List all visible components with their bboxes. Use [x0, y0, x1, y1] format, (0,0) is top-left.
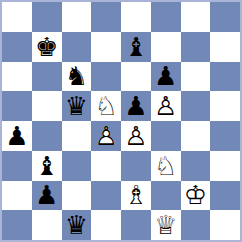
square-a5[interactable]: [2, 91, 32, 121]
square-g8[interactable]: [181, 2, 211, 32]
square-b6[interactable]: [32, 62, 62, 92]
white-pawn-outline-icon: ♙: [151, 91, 181, 121]
white-knight-piece[interactable]: ♞♘: [91, 91, 121, 121]
square-e2[interactable]: ♝♗: [121, 181, 151, 211]
square-e3[interactable]: [121, 151, 151, 181]
square-a8[interactable]: [2, 2, 32, 32]
square-g1[interactable]: [181, 210, 211, 240]
square-b7[interactable]: ♚: [32, 32, 62, 62]
square-d4[interactable]: ♟♙: [91, 121, 121, 151]
white-knight-outline-icon: ♘: [91, 91, 121, 121]
square-e7[interactable]: ♝: [121, 32, 151, 62]
white-queen-outline-icon: ♕: [151, 210, 181, 240]
square-c5[interactable]: ♛: [62, 91, 92, 121]
square-h7[interactable]: [210, 32, 240, 62]
square-d2[interactable]: [91, 181, 121, 211]
white-queen-piece[interactable]: ♛♕: [151, 210, 181, 240]
black-queen-piece[interactable]: ♛: [62, 91, 92, 121]
square-f2[interactable]: [151, 181, 181, 211]
square-b1[interactable]: [32, 210, 62, 240]
square-a3[interactable]: [2, 151, 32, 181]
square-c7[interactable]: [62, 32, 92, 62]
square-c4[interactable]: [62, 121, 92, 151]
black-pawn-piece[interactable]: ♟: [151, 62, 181, 92]
white-king-outline-icon: ♔: [181, 181, 211, 211]
square-g4[interactable]: [181, 121, 211, 151]
square-d3[interactable]: [91, 151, 121, 181]
chess-board: ♚♝♞♟♛♞♘♟♟♙♟♟♙♟♙♝♞♘♟♝♗♚♔♛♛♕: [0, 0, 242, 242]
square-g6[interactable]: [181, 62, 211, 92]
square-f8[interactable]: [151, 2, 181, 32]
white-pawn-outline-icon: ♙: [121, 121, 151, 151]
square-e1[interactable]: [121, 210, 151, 240]
square-h1[interactable]: [210, 210, 240, 240]
square-d8[interactable]: [91, 2, 121, 32]
square-a7[interactable]: [2, 32, 32, 62]
square-b8[interactable]: [32, 2, 62, 32]
white-knight-piece[interactable]: ♞♘: [151, 151, 181, 181]
square-b5[interactable]: [32, 91, 62, 121]
square-h6[interactable]: [210, 62, 240, 92]
square-a2[interactable]: [2, 181, 32, 211]
white-king-piece[interactable]: ♚♔: [181, 181, 211, 211]
square-d5[interactable]: ♞♘: [91, 91, 121, 121]
square-g5[interactable]: [181, 91, 211, 121]
square-b2[interactable]: ♟: [32, 181, 62, 211]
square-h5[interactable]: [210, 91, 240, 121]
square-e5[interactable]: ♟: [121, 91, 151, 121]
square-f6[interactable]: ♟: [151, 62, 181, 92]
black-pawn-icon: ♟: [151, 62, 181, 92]
square-b3[interactable]: ♝: [32, 151, 62, 181]
white-knight-outline-icon: ♘: [151, 151, 181, 181]
black-pawn-icon: ♟: [2, 121, 32, 151]
square-a4[interactable]: ♟: [2, 121, 32, 151]
square-f1[interactable]: ♛♕: [151, 210, 181, 240]
square-f5[interactable]: ♟♙: [151, 91, 181, 121]
white-pawn-outline-icon: ♙: [91, 121, 121, 151]
square-h4[interactable]: [210, 121, 240, 151]
black-pawn-icon: ♟: [121, 91, 151, 121]
square-a1[interactable]: [2, 210, 32, 240]
white-pawn-piece[interactable]: ♟♙: [91, 121, 121, 151]
square-a6[interactable]: [2, 62, 32, 92]
black-pawn-piece[interactable]: ♟: [2, 121, 32, 151]
white-pawn-piece[interactable]: ♟♙: [121, 121, 151, 151]
black-pawn-piece[interactable]: ♟: [121, 91, 151, 121]
square-f4[interactable]: [151, 121, 181, 151]
square-c6[interactable]: ♞: [62, 62, 92, 92]
square-e8[interactable]: [121, 2, 151, 32]
square-f7[interactable]: [151, 32, 181, 62]
square-h2[interactable]: [210, 181, 240, 211]
black-queen-piece[interactable]: ♛: [62, 210, 92, 240]
square-g2[interactable]: ♚♔: [181, 181, 211, 211]
square-b4[interactable]: [32, 121, 62, 151]
square-h3[interactable]: [210, 151, 240, 181]
black-bishop-piece[interactable]: ♝: [121, 32, 151, 62]
square-d7[interactable]: [91, 32, 121, 62]
black-knight-piece[interactable]: ♞: [62, 62, 92, 92]
white-pawn-piece[interactable]: ♟♙: [151, 91, 181, 121]
black-bishop-piece[interactable]: ♝: [32, 151, 62, 181]
black-bishop-icon: ♝: [121, 32, 151, 62]
square-h8[interactable]: [210, 2, 240, 32]
square-d1[interactable]: [91, 210, 121, 240]
black-queen-icon: ♛: [62, 91, 92, 121]
square-c8[interactable]: [62, 2, 92, 32]
square-d6[interactable]: [91, 62, 121, 92]
black-pawn-icon: ♟: [32, 181, 62, 211]
square-g3[interactable]: [181, 151, 211, 181]
black-king-piece[interactable]: ♚: [32, 32, 62, 62]
white-bishop-piece[interactable]: ♝♗: [121, 181, 151, 211]
black-knight-icon: ♞: [62, 62, 92, 92]
square-c2[interactable]: [62, 181, 92, 211]
white-bishop-outline-icon: ♗: [121, 181, 151, 211]
square-f3[interactable]: ♞♘: [151, 151, 181, 181]
black-king-icon: ♚: [32, 32, 62, 62]
square-e4[interactable]: ♟♙: [121, 121, 151, 151]
square-c1[interactable]: ♛: [62, 210, 92, 240]
square-e6[interactable]: [121, 62, 151, 92]
black-queen-icon: ♛: [62, 210, 92, 240]
square-g7[interactable]: [181, 32, 211, 62]
black-bishop-icon: ♝: [32, 151, 62, 181]
square-c3[interactable]: [62, 151, 92, 181]
black-pawn-piece[interactable]: ♟: [32, 181, 62, 211]
